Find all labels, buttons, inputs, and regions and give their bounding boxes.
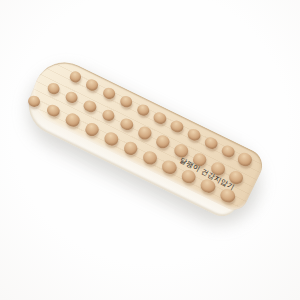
wood-peg: [135, 102, 150, 117]
wood-peg: [152, 110, 168, 125]
wood-peg: [118, 94, 133, 109]
wood-peg: [64, 112, 81, 129]
massage-board: 달팽이 건강지압기: [16, 52, 268, 228]
wood-peg: [203, 135, 220, 151]
wood-peg: [186, 127, 202, 143]
wood-peg: [141, 149, 159, 167]
product-photo: 달팽이 건강지압기: [0, 0, 300, 300]
wood-peg: [102, 130, 120, 147]
wood-peg: [122, 140, 140, 158]
wood-peg: [45, 102, 62, 118]
wood-peg: [219, 143, 236, 159]
wood-peg: [154, 133, 171, 150]
wood-peg: [160, 158, 179, 176]
wood-peg: [85, 78, 100, 92]
wood-peg: [68, 70, 82, 84]
wood-peg: [118, 116, 135, 132]
wood-peg: [101, 86, 116, 100]
wood-peg: [236, 151, 253, 168]
wood-peg: [64, 90, 80, 105]
wood-peg: [46, 81, 62, 96]
wood-peg: [100, 107, 116, 123]
wood-peg: [136, 125, 153, 142]
wood-peg: [82, 98, 98, 114]
wood-peg: [83, 121, 101, 138]
wood-peg: [169, 119, 185, 135]
